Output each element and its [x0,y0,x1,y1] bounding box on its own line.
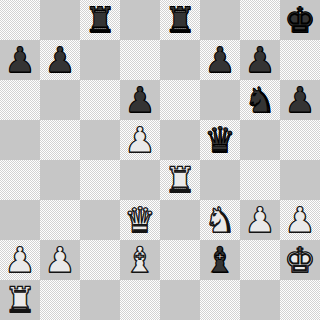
piece-white-pawn[interactable]: ♟ [44,240,75,280]
piece-black-pawn[interactable]: ♟ [44,40,75,80]
square-f8[interactable] [200,0,240,40]
square-f5[interactable]: ♛ [200,120,240,160]
square-a2[interactable]: ♟ [0,240,40,280]
piece-white-rook[interactable]: ♜ [4,280,35,320]
piece-black-pawn[interactable]: ♟ [284,80,315,120]
piece-white-pawn[interactable]: ♟ [244,200,275,240]
piece-black-pawn[interactable]: ♟ [4,40,35,80]
square-h3[interactable]: ♟ [280,200,320,240]
square-f7[interactable]: ♟ [200,40,240,80]
square-c1[interactable] [80,280,120,320]
square-a5[interactable] [0,120,40,160]
square-d3[interactable]: ♛ [120,200,160,240]
square-a7[interactable]: ♟ [0,40,40,80]
square-d6[interactable]: ♟ [120,80,160,120]
square-e6[interactable] [160,80,200,120]
piece-black-pawn[interactable]: ♟ [204,40,235,80]
square-f6[interactable] [200,80,240,120]
piece-black-pawn[interactable]: ♟ [244,40,275,80]
square-e2[interactable] [160,240,200,280]
square-b7[interactable]: ♟ [40,40,80,80]
piece-white-rook[interactable]: ♜ [164,160,195,200]
square-c4[interactable] [80,160,120,200]
square-e1[interactable] [160,280,200,320]
square-d4[interactable] [120,160,160,200]
piece-white-king[interactable]: ♚ [284,240,315,280]
square-h4[interactable] [280,160,320,200]
square-a3[interactable] [0,200,40,240]
square-c7[interactable] [80,40,120,80]
square-d1[interactable] [120,280,160,320]
square-b1[interactable] [40,280,80,320]
piece-white-queen[interactable]: ♛ [124,200,155,240]
square-g1[interactable] [240,280,280,320]
square-f2[interactable]: ♝ [200,240,240,280]
square-c8[interactable]: ♜ [80,0,120,40]
square-h5[interactable] [280,120,320,160]
square-e3[interactable] [160,200,200,240]
square-b2[interactable]: ♟ [40,240,80,280]
square-e8[interactable]: ♜ [160,0,200,40]
square-h7[interactable] [280,40,320,80]
square-b4[interactable] [40,160,80,200]
square-c3[interactable] [80,200,120,240]
square-d5[interactable]: ♟ [120,120,160,160]
square-c6[interactable] [80,80,120,120]
square-a4[interactable] [0,160,40,200]
square-g3[interactable]: ♟ [240,200,280,240]
square-h6[interactable]: ♟ [280,80,320,120]
square-a6[interactable] [0,80,40,120]
piece-black-rook[interactable]: ♜ [164,0,195,40]
square-g5[interactable] [240,120,280,160]
chess-board: ♜♜♚♟♟♟♟♟♞♟♟♛♜♛♞♟♟♟♟♝♝♚♜ [0,0,320,320]
square-f1[interactable] [200,280,240,320]
square-d7[interactable] [120,40,160,80]
piece-white-knight[interactable]: ♞ [204,200,235,240]
square-c5[interactable] [80,120,120,160]
square-g7[interactable]: ♟ [240,40,280,80]
square-e4[interactable]: ♜ [160,160,200,200]
piece-black-knight[interactable]: ♞ [244,80,275,120]
square-g2[interactable] [240,240,280,280]
square-f4[interactable] [200,160,240,200]
square-g6[interactable]: ♞ [240,80,280,120]
piece-white-pawn[interactable]: ♟ [284,200,315,240]
square-h8[interactable]: ♚ [280,0,320,40]
square-e5[interactable] [160,120,200,160]
piece-white-pawn[interactable]: ♟ [124,120,155,160]
piece-black-bishop[interactable]: ♝ [204,240,235,280]
square-b6[interactable] [40,80,80,120]
piece-black-queen[interactable]: ♛ [204,120,235,160]
square-d2[interactable]: ♝ [120,240,160,280]
square-b8[interactable] [40,0,80,40]
piece-white-pawn[interactable]: ♟ [4,240,35,280]
square-b5[interactable] [40,120,80,160]
square-e7[interactable] [160,40,200,80]
square-b3[interactable] [40,200,80,240]
square-c2[interactable] [80,240,120,280]
square-a8[interactable] [0,0,40,40]
piece-white-bishop[interactable]: ♝ [124,240,155,280]
square-g4[interactable] [240,160,280,200]
square-h2[interactable]: ♚ [280,240,320,280]
square-g8[interactable] [240,0,280,40]
piece-black-pawn[interactable]: ♟ [124,80,155,120]
square-d8[interactable] [120,0,160,40]
square-f3[interactable]: ♞ [200,200,240,240]
piece-black-rook[interactable]: ♜ [84,0,115,40]
square-h1[interactable] [280,280,320,320]
square-a1[interactable]: ♜ [0,280,40,320]
piece-black-king[interactable]: ♚ [284,0,315,40]
